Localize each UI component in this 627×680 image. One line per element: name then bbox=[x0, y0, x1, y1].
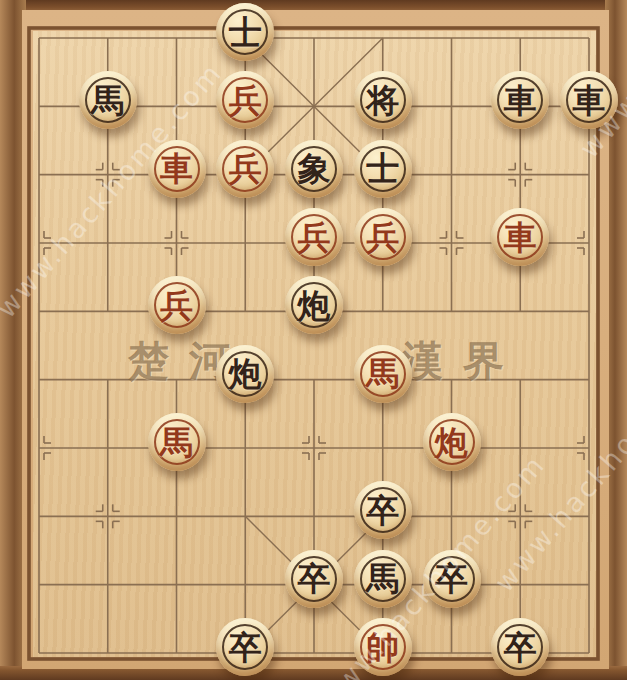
piece-red-soldier[interactable]: 兵 bbox=[148, 276, 206, 334]
piece-red-soldier[interactable]: 兵 bbox=[354, 208, 412, 266]
piece-character: 車 bbox=[560, 71, 618, 129]
piece-black-advisor[interactable]: 士 bbox=[216, 3, 274, 61]
piece-black-elephant[interactable]: 象 bbox=[285, 140, 343, 198]
piece-character: 車 bbox=[148, 140, 206, 198]
piece-black-general[interactable]: 将 bbox=[354, 71, 412, 129]
piece-red-soldier[interactable]: 兵 bbox=[216, 71, 274, 129]
piece-black-chariot[interactable]: 車 bbox=[491, 71, 549, 129]
piece-character: 士 bbox=[354, 140, 412, 198]
piece-character: 馬 bbox=[354, 345, 412, 403]
piece-character: 炮 bbox=[285, 276, 343, 334]
piece-black-advisor[interactable]: 士 bbox=[354, 140, 412, 198]
piece-black-horse[interactable]: 馬 bbox=[79, 71, 137, 129]
piece-black-horse[interactable]: 馬 bbox=[354, 550, 412, 608]
piece-black-soldier[interactable]: 卒 bbox=[285, 550, 343, 608]
piece-character: 兵 bbox=[216, 140, 274, 198]
piece-black-soldier[interactable]: 卒 bbox=[423, 550, 481, 608]
piece-character: 卒 bbox=[216, 618, 274, 676]
piece-character: 卒 bbox=[354, 481, 412, 539]
river-label-right: 漢界 bbox=[402, 334, 524, 389]
piece-red-soldier[interactable]: 兵 bbox=[285, 208, 343, 266]
piece-character: 炮 bbox=[423, 413, 481, 471]
piece-red-chariot[interactable]: 車 bbox=[491, 208, 549, 266]
piece-character: 馬 bbox=[354, 550, 412, 608]
piece-character: 卒 bbox=[285, 550, 343, 608]
piece-red-horse[interactable]: 馬 bbox=[354, 345, 412, 403]
piece-character: 将 bbox=[354, 71, 412, 129]
piece-black-soldier[interactable]: 卒 bbox=[216, 618, 274, 676]
piece-character: 帥 bbox=[354, 618, 412, 676]
piece-character: 馬 bbox=[79, 71, 137, 129]
xiangqi-board: 楚河 漢界 士馬兵将車車車兵象士兵兵車兵炮炮馬馬炮卒卒馬卒卒帥卒 www.hac… bbox=[0, 0, 627, 680]
piece-character: 士 bbox=[216, 3, 274, 61]
piece-character: 車 bbox=[491, 208, 549, 266]
piece-character: 象 bbox=[285, 140, 343, 198]
piece-black-soldier[interactable]: 卒 bbox=[354, 481, 412, 539]
piece-black-cannon[interactable]: 炮 bbox=[285, 276, 343, 334]
piece-character: 馬 bbox=[148, 413, 206, 471]
piece-character: 卒 bbox=[491, 618, 549, 676]
piece-black-soldier[interactable]: 卒 bbox=[491, 618, 549, 676]
piece-black-chariot[interactable]: 車 bbox=[560, 71, 618, 129]
piece-character: 兵 bbox=[148, 276, 206, 334]
piece-red-horse[interactable]: 馬 bbox=[148, 413, 206, 471]
piece-red-soldier[interactable]: 兵 bbox=[216, 140, 274, 198]
piece-character: 兵 bbox=[354, 208, 412, 266]
piece-red-chariot[interactable]: 車 bbox=[148, 140, 206, 198]
piece-character: 車 bbox=[491, 71, 549, 129]
piece-character: 卒 bbox=[423, 550, 481, 608]
piece-character: 兵 bbox=[216, 71, 274, 129]
piece-character: 炮 bbox=[216, 345, 274, 403]
piece-character: 兵 bbox=[285, 208, 343, 266]
piece-red-cannon[interactable]: 炮 bbox=[423, 413, 481, 471]
piece-red-general[interactable]: 帥 bbox=[354, 618, 412, 676]
piece-black-cannon[interactable]: 炮 bbox=[216, 345, 274, 403]
